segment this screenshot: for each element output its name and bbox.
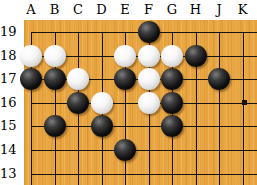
- column-label-A: A: [21, 1, 41, 18]
- column-label-E: E: [115, 1, 135, 18]
- row-label-17: 17: [0, 71, 15, 87]
- stone-black-J17[interactable]: [208, 68, 230, 90]
- stone-black-A17[interactable]: [20, 68, 42, 90]
- stone-black-F19[interactable]: [138, 21, 160, 43]
- grid-line-row-14: [31, 150, 257, 151]
- column-label-C: C: [68, 1, 88, 18]
- column-label-B: B: [45, 1, 65, 18]
- stone-black-G17[interactable]: [161, 68, 183, 90]
- stone-black-H18[interactable]: [185, 45, 207, 67]
- stone-white-B18[interactable]: [44, 45, 66, 67]
- column-label-J: J: [209, 1, 229, 18]
- go-board-surface[interactable]: [24, 20, 257, 185]
- stone-white-D16[interactable]: [91, 92, 113, 114]
- stone-black-D15[interactable]: [91, 115, 113, 137]
- grid-line-row-13: [31, 174, 257, 175]
- row-label-19: 19: [0, 24, 15, 40]
- stone-white-E18[interactable]: [114, 45, 136, 67]
- row-label-14: 14: [0, 142, 15, 158]
- stone-black-B15[interactable]: [44, 115, 66, 137]
- row-label-15: 15: [0, 118, 15, 134]
- go-diagram: ABCDEFGHJK 19181716151413: [0, 0, 257, 185]
- column-label-H: H: [186, 1, 206, 18]
- column-label-D: D: [92, 1, 112, 18]
- column-label-K: K: [233, 1, 253, 18]
- stone-white-A18[interactable]: [20, 45, 42, 67]
- stone-white-C17[interactable]: [67, 68, 89, 90]
- column-label-G: G: [162, 1, 182, 18]
- stone-black-E17[interactable]: [114, 68, 136, 90]
- star-point-K16: [242, 100, 247, 105]
- stone-black-B17[interactable]: [44, 68, 66, 90]
- stone-black-G15[interactable]: [161, 115, 183, 137]
- stone-black-E14[interactable]: [114, 139, 136, 161]
- stone-white-G18[interactable]: [161, 45, 183, 67]
- column-label-F: F: [139, 1, 159, 18]
- stone-white-F18[interactable]: [138, 45, 160, 67]
- stone-white-F17[interactable]: [138, 68, 160, 90]
- row-label-16: 16: [0, 95, 15, 111]
- stone-black-G16[interactable]: [161, 92, 183, 114]
- row-label-13: 13: [0, 166, 15, 182]
- row-label-18: 18: [0, 48, 15, 64]
- stone-white-F16[interactable]: [138, 92, 160, 114]
- stone-black-C16[interactable]: [67, 92, 89, 114]
